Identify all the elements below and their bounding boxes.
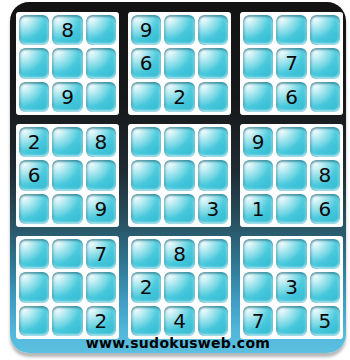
cell-r5c7[interactable] — [243, 160, 273, 190]
box-3-1: 72 — [16, 236, 119, 339]
cell-r1c9[interactable] — [310, 15, 340, 45]
cell-r9c3[interactable]: 2 — [86, 306, 116, 336]
cell-r2c9[interactable] — [310, 48, 340, 78]
cell-r5c6[interactable] — [198, 160, 228, 190]
cell-r3c6[interactable] — [198, 82, 228, 112]
cell-r9c4[interactable] — [131, 306, 161, 336]
cell-r7c7[interactable] — [243, 239, 273, 269]
cell-r7c1[interactable] — [19, 239, 49, 269]
cell-r1c8[interactable] — [276, 15, 306, 45]
cell-r2c4[interactable]: 6 — [131, 48, 161, 78]
cell-r1c6[interactable] — [198, 15, 228, 45]
cell-r5c5[interactable] — [164, 160, 194, 190]
cell-r4c8[interactable] — [276, 127, 306, 157]
cell-r6c3[interactable]: 9 — [86, 194, 116, 224]
cell-r8c4[interactable]: 2 — [131, 272, 161, 302]
cell-r2c5[interactable] — [164, 48, 194, 78]
cell-r9c2[interactable] — [52, 306, 82, 336]
cell-r5c2[interactable] — [52, 160, 82, 190]
box-1-3: 76 — [240, 12, 343, 115]
cell-r2c3[interactable] — [86, 48, 116, 78]
cell-r7c9[interactable] — [310, 239, 340, 269]
cell-r9c6[interactable] — [198, 306, 228, 336]
cell-r2c7[interactable] — [243, 48, 273, 78]
cell-r1c1[interactable] — [19, 15, 49, 45]
cell-r5c3[interactable] — [86, 160, 116, 190]
cell-r6c6[interactable]: 3 — [198, 194, 228, 224]
cell-r6c2[interactable] — [52, 194, 82, 224]
cell-r6c4[interactable] — [131, 194, 161, 224]
cell-r8c8[interactable]: 3 — [276, 272, 306, 302]
cell-r1c7[interactable] — [243, 15, 273, 45]
cell-r3c9[interactable] — [310, 82, 340, 112]
cell-r4c4[interactable] — [131, 127, 161, 157]
cell-r1c4[interactable]: 9 — [131, 15, 161, 45]
cell-r3c4[interactable] — [131, 82, 161, 112]
box-1-1: 89 — [16, 12, 119, 115]
cell-r4c5[interactable] — [164, 127, 194, 157]
box-3-2: 824 — [128, 236, 231, 339]
cell-r9c8[interactable] — [276, 306, 306, 336]
cell-r6c1[interactable] — [19, 194, 49, 224]
cell-r7c8[interactable] — [276, 239, 306, 269]
box-2-3: 9816 — [240, 124, 343, 227]
cell-r7c2[interactable] — [52, 239, 82, 269]
cell-r3c2[interactable]: 9 — [52, 82, 82, 112]
cell-r5c9[interactable]: 8 — [310, 160, 340, 190]
cell-r5c8[interactable] — [276, 160, 306, 190]
cell-r4c6[interactable] — [198, 127, 228, 157]
cell-r2c2[interactable] — [52, 48, 82, 78]
cell-r1c5[interactable] — [164, 15, 194, 45]
cell-r5c4[interactable] — [131, 160, 161, 190]
cell-r4c2[interactable] — [52, 127, 82, 157]
box-3-3: 375 — [240, 236, 343, 339]
cell-r9c9[interactable]: 5 — [310, 306, 340, 336]
cell-r4c9[interactable] — [310, 127, 340, 157]
box-2-2: 3 — [128, 124, 231, 227]
cell-r6c7[interactable]: 1 — [243, 194, 273, 224]
cell-r8c5[interactable] — [164, 272, 194, 302]
cell-r8c9[interactable] — [310, 272, 340, 302]
cell-r8c2[interactable] — [52, 272, 82, 302]
cell-r8c6[interactable] — [198, 272, 228, 302]
board-frame: 899627628693981672824375 www.sudokusweb.… — [10, 2, 346, 353]
cell-r2c6[interactable] — [198, 48, 228, 78]
cell-r9c7[interactable]: 7 — [243, 306, 273, 336]
website-caption: www.sudokusweb.com — [10, 335, 346, 351]
cell-r9c5[interactable]: 4 — [164, 306, 194, 336]
cell-r8c1[interactable] — [19, 272, 49, 302]
cell-r3c7[interactable] — [243, 82, 273, 112]
cell-r3c3[interactable] — [86, 82, 116, 112]
cell-r3c5[interactable]: 2 — [164, 82, 194, 112]
cell-r4c3[interactable]: 8 — [86, 127, 116, 157]
cell-r3c1[interactable] — [19, 82, 49, 112]
cell-r7c6[interactable] — [198, 239, 228, 269]
cell-r4c7[interactable]: 9 — [243, 127, 273, 157]
cell-r3c8[interactable]: 6 — [276, 82, 306, 112]
cell-r7c4[interactable] — [131, 239, 161, 269]
cell-r1c3[interactable] — [86, 15, 116, 45]
cell-r5c1[interactable]: 6 — [19, 160, 49, 190]
cell-r6c9[interactable]: 6 — [310, 194, 340, 224]
cell-r6c5[interactable] — [164, 194, 194, 224]
cell-r2c1[interactable] — [19, 48, 49, 78]
cell-r1c2[interactable]: 8 — [52, 15, 82, 45]
cell-r6c8[interactable] — [276, 194, 306, 224]
cell-r8c7[interactable] — [243, 272, 273, 302]
box-2-1: 2869 — [16, 124, 119, 227]
box-1-2: 962 — [128, 12, 231, 115]
sudoku-grid: 899627628693981672824375 — [16, 12, 343, 339]
cell-r7c3[interactable]: 7 — [86, 239, 116, 269]
cell-r9c1[interactable] — [19, 306, 49, 336]
cell-r2c8[interactable]: 7 — [276, 48, 306, 78]
cell-r8c3[interactable] — [86, 272, 116, 302]
cell-r4c1[interactable]: 2 — [19, 127, 49, 157]
cell-r7c5[interactable]: 8 — [164, 239, 194, 269]
